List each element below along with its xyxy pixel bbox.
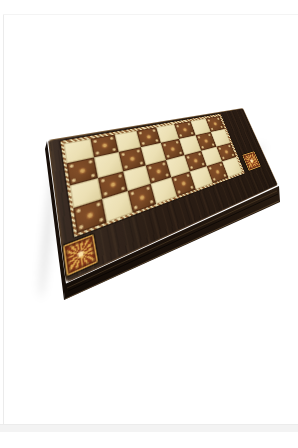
sunburst-marquetry-ornament-back-right	[242, 151, 261, 171]
page-frame-bottom-band	[0, 424, 298, 432]
checkerboard-border	[60, 114, 245, 238]
sunburst-marquetry-ornament-front-left	[63, 234, 98, 276]
product-photo[interactable]	[0, 0, 298, 448]
page-frame-top-line	[3, 14, 298, 15]
checkerboard	[63, 116, 242, 233]
page-frame-left-line	[3, 14, 4, 431]
case-lid-top	[48, 108, 278, 283]
